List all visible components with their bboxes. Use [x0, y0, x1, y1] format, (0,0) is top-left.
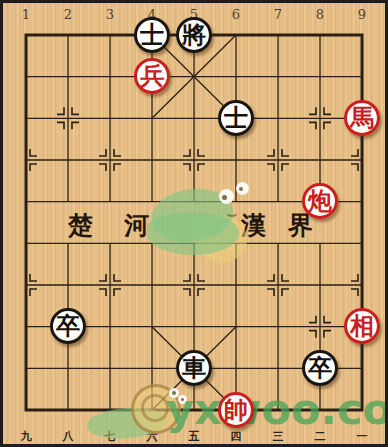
piece-red-soldier[interactable]: 兵	[134, 58, 170, 94]
file-number-bottom-4: 六	[142, 429, 162, 444]
file-number-bottom-1: 九	[16, 429, 36, 444]
piece-layer[interactable]: 士將兵士馬炮卒相車卒帥	[5, 14, 383, 431]
piece-black-soldier[interactable]: 卒	[302, 350, 338, 386]
file-number-bottom-2: 八	[58, 429, 78, 444]
piece-red-elephant[interactable]: 相	[344, 308, 380, 344]
piece-red-general[interactable]: 帥	[218, 392, 254, 428]
screenshot: 123456789 九八七六五四三二一 楚河 漢界 yxwoo.com 士將兵士	[0, 0, 388, 447]
file-number-bottom-3: 七	[100, 429, 120, 444]
piece-black-chariot[interactable]: 車	[176, 350, 212, 386]
piece-black-advisor[interactable]: 士	[218, 100, 254, 136]
piece-black-general[interactable]: 將	[176, 17, 212, 53]
xiangqi-board[interactable]: 123456789 九八七六五四三二一 楚河 漢界 yxwoo.com 士將兵士	[0, 0, 388, 447]
piece-black-soldier[interactable]: 卒	[50, 308, 86, 344]
piece-black-advisor[interactable]: 士	[134, 17, 170, 53]
piece-red-horse[interactable]: 馬	[344, 100, 380, 136]
piece-red-cannon[interactable]: 炮	[302, 183, 338, 219]
